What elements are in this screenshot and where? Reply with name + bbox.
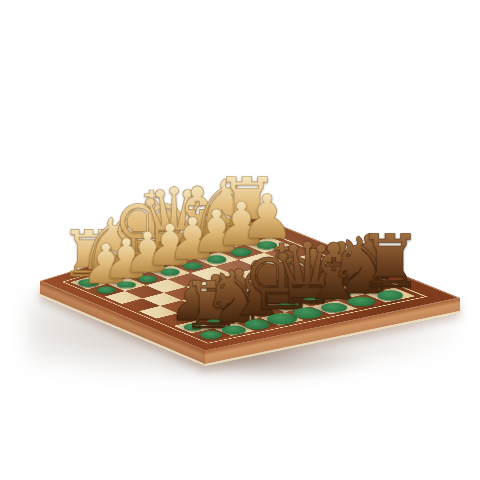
- pieces-layer: ♜♞♝♛♚♝♞♜♟♟♟♟♟♟♟♟♟♟♟♟♟♟♟♟♜♞♝♛♚♝♞♜: [0, 0, 480, 480]
- chess-set-photo: ♜♞♝♛♚♝♞♜♟♟♟♟♟♟♟♟♟♟♟♟♟♟♟♟♜♞♝♛♚♝♞♜: [0, 0, 480, 480]
- black-rook-glyph: ♜: [357, 225, 422, 298]
